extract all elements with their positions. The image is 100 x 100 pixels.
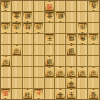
shogi-piece-king[interactable]: 玉: [67, 89, 76, 99]
board-cell[interactable]: 銀: [66, 45, 77, 56]
board-cell[interactable]: 玉: [66, 89, 77, 99]
board-cell[interactable]: [88, 12, 99, 23]
board-cell[interactable]: [23, 78, 34, 89]
piece-kanji: 歩: [3, 59, 9, 65]
piece-kanji: 桂: [25, 92, 31, 98]
board-cell[interactable]: 角: [77, 34, 88, 45]
shogi-piece-pawn[interactable]: 歩: [78, 67, 87, 77]
board-cell[interactable]: 歩: [12, 45, 23, 56]
board-cell[interactable]: [55, 45, 66, 56]
board-cell[interactable]: 飛: [66, 34, 77, 45]
board-cell[interactable]: [23, 45, 34, 56]
board-cell[interactable]: [34, 78, 45, 89]
board-cell[interactable]: [77, 45, 88, 56]
board-cell[interactable]: 桂: [23, 89, 34, 99]
board-cell[interactable]: 歩: [88, 67, 99, 78]
piece-kanji: 金: [57, 92, 63, 98]
board-cell[interactable]: [23, 56, 34, 67]
piece-kanji: 歩: [91, 70, 97, 76]
board-cell[interactable]: 金: [45, 12, 56, 23]
board-cell[interactable]: 香: [88, 1, 99, 12]
piece-kanji: 歩: [79, 70, 85, 76]
board-cell[interactable]: 歩: [1, 56, 12, 67]
board-cell[interactable]: と: [34, 89, 45, 99]
piece-kanji: 歩: [79, 24, 85, 30]
board-cell[interactable]: [1, 67, 12, 78]
piece-kanji: 銀: [25, 13, 31, 19]
board-cell[interactable]: [88, 78, 99, 89]
board-cell[interactable]: [34, 67, 45, 78]
shogi-piece-silver[interactable]: 銀: [56, 12, 65, 22]
board-cell[interactable]: 歩: [1, 23, 12, 34]
shogi-piece-knight[interactable]: 桂: [23, 89, 32, 99]
board-cell[interactable]: [45, 23, 56, 34]
shogi-piece-tokin[interactable]: と: [34, 89, 43, 99]
piece-kanji: 角: [79, 35, 85, 41]
shogi-piece-lance[interactable]: 香: [89, 1, 98, 11]
board-cell[interactable]: 金: [66, 78, 77, 89]
board-cell[interactable]: 王: [45, 34, 56, 45]
board-cell[interactable]: 銀: [45, 56, 56, 67]
shogi-piece-horse[interactable]: 馬: [1, 89, 10, 99]
board-cell[interactable]: [12, 34, 23, 45]
shogi-piece-pawn[interactable]: 歩: [89, 67, 98, 77]
piece-kanji: 金: [68, 81, 74, 87]
piece-kanji: 歩: [91, 35, 97, 41]
shogi-piece-knight[interactable]: 桂: [23, 23, 32, 33]
board-cell[interactable]: 香: [88, 89, 99, 99]
shogi-piece-lance[interactable]: 香: [1, 1, 10, 11]
board-cell[interactable]: [66, 23, 77, 34]
board-cell[interactable]: [77, 56, 88, 67]
shogi-piece-pawn[interactable]: 歩: [67, 67, 76, 77]
board-cell[interactable]: 歩: [12, 23, 23, 34]
shogi-piece-pawn[interactable]: 歩: [12, 45, 21, 55]
shogi-piece-pawn[interactable]: 歩: [56, 67, 65, 77]
shogi-piece-gold[interactable]: 金: [56, 89, 65, 99]
board-cell[interactable]: [1, 78, 12, 89]
shogi-piece-pawn[interactable]: 歩: [34, 23, 43, 33]
shogi-piece-pawn[interactable]: 歩: [1, 56, 10, 66]
piece-kanji: 金: [14, 13, 20, 19]
piece-kanji: 歩: [68, 70, 74, 76]
piece-kanji: 歩: [14, 24, 20, 30]
board-cell[interactable]: [66, 12, 77, 23]
board-cell[interactable]: 香: [1, 1, 12, 12]
shogi-piece-pawn[interactable]: 歩: [12, 23, 21, 33]
shogi-piece-dragon[interactable]: 龍: [45, 1, 54, 11]
board-cell[interactable]: [34, 1, 45, 12]
board-cell[interactable]: [34, 45, 45, 56]
piece-kanji: 桂: [25, 24, 31, 30]
board-cell[interactable]: [23, 34, 34, 45]
board-cell[interactable]: [1, 12, 12, 23]
board-cell[interactable]: [45, 78, 56, 89]
board-cell[interactable]: [77, 1, 88, 12]
board-cell[interactable]: [12, 78, 23, 89]
shogi-piece-gold[interactable]: 金: [12, 12, 21, 22]
board-cell[interactable]: 歩: [34, 23, 45, 34]
board-cell[interactable]: [45, 45, 56, 56]
piece-kanji: 香: [3, 2, 9, 8]
board-cell[interactable]: 桂: [23, 23, 34, 34]
piece-kanji: 馬: [3, 90, 9, 96]
board-cell[interactable]: 歩: [77, 67, 88, 78]
piece-kanji: 歩: [36, 24, 42, 30]
piece-kanji: 香: [91, 92, 97, 98]
board-cell[interactable]: 歩: [77, 23, 88, 34]
board-cell[interactable]: 歩: [55, 67, 66, 78]
shogi-piece-rook[interactable]: 飛: [67, 34, 76, 44]
shogi-piece-gold[interactable]: 金: [67, 78, 76, 88]
board-cell[interactable]: [55, 78, 66, 89]
shogi-piece-gold[interactable]: 金: [45, 12, 54, 22]
piece-kanji: 龍: [47, 4, 53, 10]
board-cell[interactable]: [12, 89, 23, 99]
board-cell[interactable]: 歩: [88, 34, 99, 45]
board-cell[interactable]: [66, 56, 77, 67]
shogi-piece-pawn[interactable]: 歩: [78, 23, 87, 33]
board-cell[interactable]: [1, 45, 12, 56]
shogi-piece-lance[interactable]: 香: [89, 89, 98, 99]
piece-kanji: 歩: [57, 70, 63, 76]
board-cell[interactable]: 龍: [45, 1, 56, 12]
piece-kanji: 銀: [57, 13, 63, 19]
piece-kanji: 玉: [68, 92, 74, 98]
shogi-piece-pawn[interactable]: 歩: [45, 67, 54, 77]
board-cell[interactable]: 歩: [45, 67, 56, 78]
piece-kanji: 飛: [68, 35, 74, 41]
piece-kanji: 歩: [3, 24, 9, 30]
piece-kanji: 王: [47, 35, 53, 41]
board-cell[interactable]: [45, 89, 56, 99]
board-cell[interactable]: [66, 1, 77, 12]
board-cell[interactable]: [55, 1, 66, 12]
shogi-piece-king[interactable]: 王: [45, 34, 54, 44]
piece-kanji: 銀: [68, 48, 74, 54]
piece-kanji: と: [36, 90, 42, 96]
piece-kanji: 歩: [14, 48, 20, 54]
board-cell[interactable]: [77, 12, 88, 23]
shogi-piece-silver[interactable]: 銀: [23, 12, 32, 22]
board-cell[interactable]: [88, 56, 99, 67]
piece-kanji: 香: [91, 2, 97, 8]
board-cell[interactable]: [55, 34, 66, 45]
board-cell[interactable]: [55, 23, 66, 34]
shogi-piece-pawn[interactable]: 歩: [1, 23, 10, 33]
board-cell[interactable]: [1, 34, 12, 45]
board-cell[interactable]: [55, 56, 66, 67]
board-cell[interactable]: [34, 12, 45, 23]
board-cell[interactable]: 馬: [1, 89, 12, 99]
board-cell[interactable]: 銀: [55, 12, 66, 23]
board-cell[interactable]: [34, 34, 45, 45]
board-cell[interactable]: 銀: [23, 12, 34, 23]
board-cell[interactable]: [77, 78, 88, 89]
board-cell[interactable]: [34, 56, 45, 67]
board-cell[interactable]: [88, 23, 99, 34]
board-cell[interactable]: [77, 89, 88, 99]
shogi-piece-silver[interactable]: 銀: [45, 56, 54, 66]
shogi-piece-pawn[interactable]: 歩: [89, 34, 98, 44]
shogi-board: 香龍香金銀金銀歩歩桂歩歩王飛角歩歩銀歩銀歩歩歩歩歩金馬桂と金玉香: [0, 0, 100, 100]
piece-kanji: 銀: [47, 59, 53, 65]
board-cell[interactable]: [23, 67, 34, 78]
shogi-piece-bishop[interactable]: 角: [78, 34, 87, 44]
board-cell[interactable]: [88, 45, 99, 56]
board-cell[interactable]: 歩: [66, 67, 77, 78]
board-cell[interactable]: [12, 1, 23, 12]
piece-kanji: 金: [47, 13, 53, 19]
piece-kanji: 歩: [47, 70, 53, 76]
board-cell[interactable]: [23, 1, 34, 12]
shogi-piece-silver[interactable]: 銀: [67, 45, 76, 55]
board-cell[interactable]: [12, 56, 23, 67]
board-cell[interactable]: [12, 67, 23, 78]
board-cell[interactable]: 金: [12, 12, 23, 23]
board-cell[interactable]: 金: [55, 89, 66, 99]
